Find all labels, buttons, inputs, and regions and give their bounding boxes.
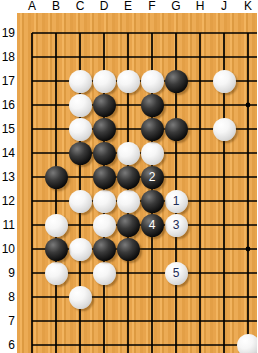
- stone-C8[interactable]: [69, 286, 92, 309]
- stone-F13[interactable]: 2: [141, 166, 164, 189]
- stone-B9[interactable]: [45, 262, 68, 285]
- go-board[interactable]: 13524: [17, 13, 257, 353]
- stone-K6[interactable]: [237, 334, 258, 353]
- stone-G15[interactable]: [165, 118, 188, 141]
- move-number: 3: [173, 219, 180, 231]
- move-number: 5: [173, 267, 180, 279]
- stone-D10[interactable]: [93, 238, 116, 261]
- stone-D13[interactable]: [93, 166, 116, 189]
- stone-B11[interactable]: [45, 214, 68, 237]
- stone-E17[interactable]: [117, 70, 140, 93]
- star-point: [246, 103, 251, 108]
- stone-D14[interactable]: [93, 142, 116, 165]
- row-label: 7: [0, 313, 15, 329]
- go-diagram: ABCDEFGHJK 191817161514131211109876 1352…: [0, 0, 257, 353]
- move-number: 4: [149, 219, 156, 231]
- stone-C14[interactable]: [69, 142, 92, 165]
- column-label: C: [68, 0, 92, 13]
- move-number: 1: [173, 195, 180, 207]
- row-label: 14: [0, 145, 15, 161]
- stone-E10[interactable]: [117, 238, 140, 261]
- row-label: 15: [0, 121, 15, 137]
- stone-E14[interactable]: [117, 142, 140, 165]
- stone-D16[interactable]: [93, 94, 116, 117]
- stone-J17[interactable]: [213, 70, 236, 93]
- stone-C10[interactable]: [69, 238, 92, 261]
- stone-C15[interactable]: [69, 118, 92, 141]
- row-label: 19: [0, 25, 15, 41]
- row-label: 12: [0, 193, 15, 209]
- column-label: F: [140, 0, 164, 13]
- stone-J15[interactable]: [213, 118, 236, 141]
- stone-F17[interactable]: [141, 70, 164, 93]
- stone-D15[interactable]: [93, 118, 116, 141]
- stone-D17[interactable]: [93, 70, 116, 93]
- stone-G11[interactable]: 3: [165, 214, 188, 237]
- row-label: 11: [0, 217, 15, 233]
- star-point: [246, 247, 251, 252]
- stone-C17[interactable]: [69, 70, 92, 93]
- stone-B13[interactable]: [45, 166, 68, 189]
- column-label: J: [212, 0, 236, 13]
- row-label: 9: [0, 265, 15, 281]
- row-label: 17: [0, 73, 15, 89]
- row-label: 16: [0, 97, 15, 113]
- stone-F12[interactable]: [141, 190, 164, 213]
- row-label: 10: [0, 241, 15, 257]
- stone-D11[interactable]: [93, 214, 116, 237]
- column-label: A: [20, 0, 44, 13]
- stone-G17[interactable]: [165, 70, 188, 93]
- column-label: G: [164, 0, 188, 13]
- stone-E11[interactable]: [117, 214, 140, 237]
- row-label: 18: [0, 49, 15, 65]
- column-label: B: [44, 0, 68, 13]
- stone-F15[interactable]: [141, 118, 164, 141]
- column-label: D: [92, 0, 116, 13]
- stone-B10[interactable]: [45, 238, 68, 261]
- stone-F14[interactable]: [141, 142, 164, 165]
- column-label: H: [188, 0, 212, 13]
- stone-C16[interactable]: [69, 94, 92, 117]
- stone-D12[interactable]: [93, 190, 116, 213]
- column-label: E: [116, 0, 140, 13]
- stone-G9[interactable]: 5: [165, 262, 188, 285]
- stone-F16[interactable]: [141, 94, 164, 117]
- row-label: 8: [0, 289, 15, 305]
- column-label: K: [236, 0, 257, 13]
- stone-C12[interactable]: [69, 190, 92, 213]
- stone-E13[interactable]: [117, 166, 140, 189]
- stone-D9[interactable]: [93, 262, 116, 285]
- row-label: 13: [0, 169, 15, 185]
- stone-E12[interactable]: [117, 190, 140, 213]
- stone-F11[interactable]: 4: [141, 214, 164, 237]
- stone-G12[interactable]: 1: [165, 190, 188, 213]
- row-label: 6: [0, 337, 15, 353]
- move-number: 2: [149, 171, 156, 183]
